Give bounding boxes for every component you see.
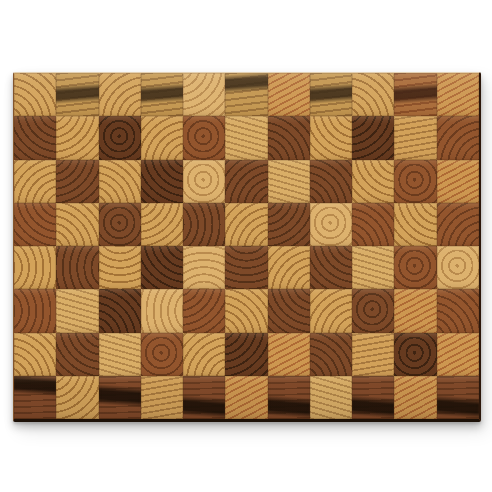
board-square-r3c7 [268,160,310,203]
board-square-r5c11 [437,246,479,289]
board-square-r2c1 [14,116,56,159]
board-square-r7c6 [225,333,267,376]
board-square-r8c3 [99,376,141,419]
board-square-r4c3 [99,203,141,246]
board-square-r7c4 [141,333,183,376]
board-square-r7c5 [183,333,225,376]
board-square-r5c7 [268,246,310,289]
cutting-board [13,72,481,422]
board-square-r3c3 [99,160,141,203]
board-square-r2c11 [437,116,479,159]
board-square-r8c8 [310,376,352,419]
board-square-r6c4 [141,289,183,332]
board-square-r5c6 [225,246,267,289]
board-square-r6c11 [437,289,479,332]
board-square-r1c8 [310,73,352,116]
board-square-r3c11 [437,160,479,203]
board-square-r5c9 [352,246,394,289]
board-square-r1c9 [352,73,394,116]
board-square-r2c2 [56,116,98,159]
board-square-r6c7 [268,289,310,332]
board-square-r3c2 [56,160,98,203]
board-square-r2c7 [268,116,310,159]
board-square-r3c9 [352,160,394,203]
board-square-r8c5 [183,376,225,419]
board-square-r5c5 [183,246,225,289]
board-square-r2c3 [99,116,141,159]
board-square-r8c9 [352,376,394,419]
board-square-r4c8 [310,203,352,246]
board-square-r5c1 [14,246,56,289]
board-square-r6c3 [99,289,141,332]
board-square-r5c10 [394,246,436,289]
board-square-r8c10 [394,376,436,419]
board-square-r7c3 [99,333,141,376]
board-square-r8c6 [225,376,267,419]
board-square-r1c5 [183,73,225,116]
board-square-r4c1 [14,203,56,246]
board-square-r3c10 [394,160,436,203]
board-square-r7c10 [394,333,436,376]
board-square-r7c1 [14,333,56,376]
board-square-r8c1 [14,376,56,419]
board-square-r6c5 [183,289,225,332]
board-square-r2c4 [141,116,183,159]
board-square-r3c6 [225,160,267,203]
board-square-r5c2 [56,246,98,289]
board-square-r1c10 [394,73,436,116]
board-square-r1c1 [14,73,56,116]
board-square-r7c11 [437,333,479,376]
board-square-r6c9 [352,289,394,332]
board-square-r1c7 [268,73,310,116]
board-square-r2c5 [183,116,225,159]
board-square-r6c2 [56,289,98,332]
board-square-r6c8 [310,289,352,332]
board-square-r1c3 [99,73,141,116]
board-square-r2c9 [352,116,394,159]
board-square-r2c10 [394,116,436,159]
board-square-r7c8 [310,333,352,376]
board-square-r5c8 [310,246,352,289]
board-square-r3c4 [141,160,183,203]
board-square-r4c11 [437,203,479,246]
board-square-r5c4 [141,246,183,289]
photo-canvas [0,0,492,492]
board-square-r3c8 [310,160,352,203]
board-square-r2c8 [310,116,352,159]
board-square-r2c6 [225,116,267,159]
board-square-r4c6 [225,203,267,246]
board-square-r6c6 [225,289,267,332]
board-square-r1c6 [225,73,267,116]
board-square-r1c2 [56,73,98,116]
board-square-r5c3 [99,246,141,289]
board-square-r7c9 [352,333,394,376]
board-square-r3c5 [183,160,225,203]
board-square-r1c11 [437,73,479,116]
board-square-r3c1 [14,160,56,203]
board-square-r8c2 [56,376,98,419]
board-square-r6c10 [394,289,436,332]
board-square-r8c11 [437,376,479,419]
board-square-r8c4 [141,376,183,419]
board-square-r4c7 [268,203,310,246]
board-square-r1c4 [141,73,183,116]
board-square-r6c1 [14,289,56,332]
board-square-r4c9 [352,203,394,246]
checkerboard-grid [14,73,479,419]
board-square-r4c4 [141,203,183,246]
board-square-r4c10 [394,203,436,246]
board-square-r7c2 [56,333,98,376]
board-square-r4c2 [56,203,98,246]
board-square-r8c7 [268,376,310,419]
board-square-r7c7 [268,333,310,376]
board-square-r4c5 [183,203,225,246]
